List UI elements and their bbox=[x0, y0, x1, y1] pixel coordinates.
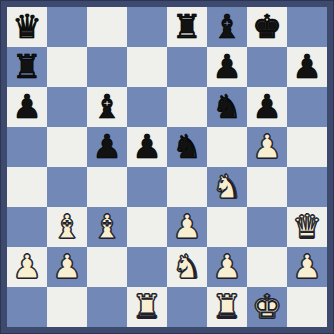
square-e6[interactable] bbox=[167, 87, 207, 127]
square-d6[interactable] bbox=[127, 87, 167, 127]
square-g1[interactable]: ♚ bbox=[247, 287, 287, 327]
white-bishop[interactable]: ♝ bbox=[47, 207, 87, 247]
white-pawn[interactable]: ♟ bbox=[247, 127, 287, 167]
white-rook[interactable]: ♜ bbox=[207, 287, 247, 327]
black-king[interactable]: ♚ bbox=[247, 7, 287, 47]
white-knight[interactable]: ♞ bbox=[167, 247, 207, 287]
square-f2[interactable]: ♟ bbox=[207, 247, 247, 287]
square-g5[interactable]: ♟ bbox=[247, 127, 287, 167]
square-c7[interactable] bbox=[87, 47, 127, 87]
black-bishop[interactable]: ♝ bbox=[207, 7, 247, 47]
black-pawn[interactable]: ♟ bbox=[127, 127, 167, 167]
square-b3[interactable]: ♝ bbox=[47, 207, 87, 247]
black-pawn[interactable]: ♟ bbox=[287, 47, 327, 87]
square-c4[interactable] bbox=[87, 167, 127, 207]
black-bishop[interactable]: ♝ bbox=[87, 87, 127, 127]
square-a6[interactable]: ♟ bbox=[7, 87, 47, 127]
square-f3[interactable] bbox=[207, 207, 247, 247]
square-h1[interactable] bbox=[287, 287, 327, 327]
square-e7[interactable] bbox=[167, 47, 207, 87]
square-d8[interactable] bbox=[127, 7, 167, 47]
white-bishop[interactable]: ♝ bbox=[87, 207, 127, 247]
square-c1[interactable] bbox=[87, 287, 127, 327]
white-knight[interactable]: ♞ bbox=[207, 167, 247, 207]
square-f7[interactable]: ♟ bbox=[207, 47, 247, 87]
square-c5[interactable]: ♟ bbox=[87, 127, 127, 167]
square-a4[interactable] bbox=[7, 167, 47, 207]
square-d2[interactable] bbox=[127, 247, 167, 287]
black-pawn[interactable]: ♟ bbox=[7, 87, 47, 127]
board-frame: ♛♜♝♚♜♟♟♟♝♞♟♟♟♞♟♞♝♝♟♛♟♟♞♟♟♜♜♚ bbox=[0, 0, 334, 334]
square-b1[interactable] bbox=[47, 287, 87, 327]
square-a1[interactable] bbox=[7, 287, 47, 327]
square-g3[interactable] bbox=[247, 207, 287, 247]
square-c2[interactable] bbox=[87, 247, 127, 287]
square-b7[interactable] bbox=[47, 47, 87, 87]
white-pawn[interactable]: ♟ bbox=[7, 247, 47, 287]
square-g7[interactable] bbox=[247, 47, 287, 87]
white-pawn[interactable]: ♟ bbox=[47, 247, 87, 287]
square-a8[interactable]: ♛ bbox=[7, 7, 47, 47]
square-h7[interactable]: ♟ bbox=[287, 47, 327, 87]
square-f6[interactable]: ♞ bbox=[207, 87, 247, 127]
square-b6[interactable] bbox=[47, 87, 87, 127]
black-knight[interactable]: ♞ bbox=[207, 87, 247, 127]
square-g6[interactable]: ♟ bbox=[247, 87, 287, 127]
square-b2[interactable]: ♟ bbox=[47, 247, 87, 287]
black-knight[interactable]: ♞ bbox=[167, 127, 207, 167]
square-c8[interactable] bbox=[87, 7, 127, 47]
white-pawn[interactable]: ♟ bbox=[287, 247, 327, 287]
square-d7[interactable] bbox=[127, 47, 167, 87]
square-f5[interactable] bbox=[207, 127, 247, 167]
square-g2[interactable] bbox=[247, 247, 287, 287]
square-h3[interactable]: ♛ bbox=[287, 207, 327, 247]
square-d4[interactable] bbox=[127, 167, 167, 207]
square-e1[interactable] bbox=[167, 287, 207, 327]
square-b8[interactable] bbox=[47, 7, 87, 47]
square-e5[interactable]: ♞ bbox=[167, 127, 207, 167]
white-pawn[interactable]: ♟ bbox=[167, 207, 207, 247]
black-pawn[interactable]: ♟ bbox=[87, 127, 127, 167]
square-a5[interactable] bbox=[7, 127, 47, 167]
square-h6[interactable] bbox=[287, 87, 327, 127]
square-h8[interactable] bbox=[287, 7, 327, 47]
square-e2[interactable]: ♞ bbox=[167, 247, 207, 287]
square-a2[interactable]: ♟ bbox=[7, 247, 47, 287]
square-h5[interactable] bbox=[287, 127, 327, 167]
black-queen[interactable]: ♛ bbox=[7, 7, 47, 47]
chess-board: ♛♜♝♚♜♟♟♟♝♞♟♟♟♞♟♞♝♝♟♛♟♟♞♟♟♜♜♚ bbox=[7, 7, 327, 327]
square-g4[interactable] bbox=[247, 167, 287, 207]
square-f4[interactable]: ♞ bbox=[207, 167, 247, 207]
square-h2[interactable]: ♟ bbox=[287, 247, 327, 287]
square-b5[interactable] bbox=[47, 127, 87, 167]
square-b4[interactable] bbox=[47, 167, 87, 207]
black-rook[interactable]: ♜ bbox=[7, 47, 47, 87]
square-e8[interactable]: ♜ bbox=[167, 7, 207, 47]
square-g8[interactable]: ♚ bbox=[247, 7, 287, 47]
white-queen[interactable]: ♛ bbox=[287, 207, 327, 247]
square-f8[interactable]: ♝ bbox=[207, 7, 247, 47]
white-king[interactable]: ♚ bbox=[247, 287, 287, 327]
black-pawn[interactable]: ♟ bbox=[247, 87, 287, 127]
square-c6[interactable]: ♝ bbox=[87, 87, 127, 127]
square-a3[interactable] bbox=[7, 207, 47, 247]
white-pawn[interactable]: ♟ bbox=[207, 247, 247, 287]
white-rook[interactable]: ♜ bbox=[127, 287, 167, 327]
square-e3[interactable]: ♟ bbox=[167, 207, 207, 247]
square-h4[interactable] bbox=[287, 167, 327, 207]
square-d1[interactable]: ♜ bbox=[127, 287, 167, 327]
square-d5[interactable]: ♟ bbox=[127, 127, 167, 167]
square-d3[interactable] bbox=[127, 207, 167, 247]
black-pawn[interactable]: ♟ bbox=[207, 47, 247, 87]
black-rook[interactable]: ♜ bbox=[167, 7, 207, 47]
square-c3[interactable]: ♝ bbox=[87, 207, 127, 247]
square-e4[interactable] bbox=[167, 167, 207, 207]
square-a7[interactable]: ♜ bbox=[7, 47, 47, 87]
square-f1[interactable]: ♜ bbox=[207, 287, 247, 327]
